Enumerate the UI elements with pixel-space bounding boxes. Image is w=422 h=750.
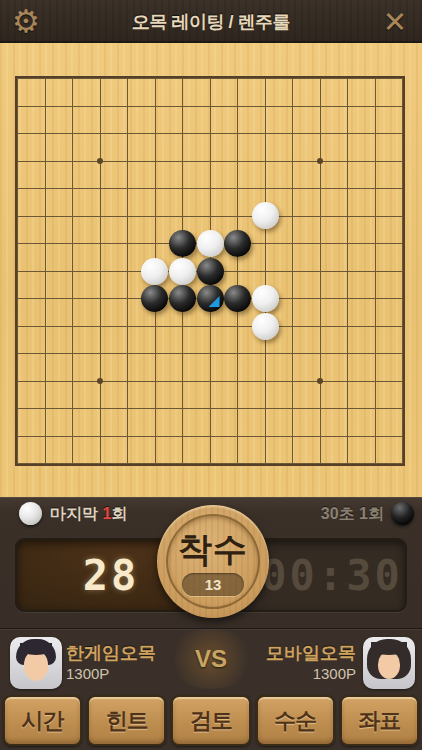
white-stone-icon — [19, 502, 42, 525]
black-stone — [224, 285, 251, 312]
move-order-button[interactable]: 수순 — [256, 695, 335, 746]
header-bar: ⚙ 오목 레이팅 / 렌주룰 ✕ — [0, 0, 422, 43]
move-counter-badge: 13 — [182, 573, 244, 596]
left-player-avatar[interactable] — [10, 637, 62, 689]
star-point — [97, 378, 103, 384]
vs-label: VS — [195, 645, 227, 673]
star-point — [317, 158, 323, 164]
white-stone — [197, 230, 224, 257]
close-icon[interactable]: ✕ — [376, 2, 414, 40]
place-stone-button-label: 착수 — [157, 527, 269, 573]
omok-game-screen: ⚙ 오목 레이팅 / 렌주룰 ✕ 마지막 1회 30초 1회 28 00:30 … — [0, 0, 422, 750]
board-frame — [15, 76, 405, 466]
avatar-face — [24, 651, 48, 681]
avatar-face — [378, 652, 400, 679]
black-stone — [224, 230, 251, 257]
review-button[interactable]: 검토 — [171, 695, 250, 746]
coordinates-button[interactable]: 좌표 — [340, 695, 419, 746]
board-wood-background — [0, 43, 422, 497]
stones-layer — [17, 78, 403, 464]
time-button[interactable]: 시간 — [3, 695, 82, 746]
white-stone — [252, 285, 279, 312]
page-title: 오목 레이팅 / 렌주룰 — [0, 10, 422, 34]
black-stone-last-move — [197, 285, 224, 312]
white-stone — [141, 258, 168, 285]
star-point — [317, 378, 323, 384]
place-stone-button[interactable]: 착수 13 — [157, 505, 269, 618]
white-stone — [252, 313, 279, 340]
left-time-extension-label: 마지막 1회 — [50, 504, 127, 525]
star-point — [97, 158, 103, 164]
last-move-marker-icon — [209, 296, 220, 307]
black-stone-icon — [391, 502, 414, 525]
right-time-extension-label: 30초 1회 — [321, 504, 384, 525]
black-stone — [141, 285, 168, 312]
white-stone — [252, 202, 279, 229]
white-stone — [169, 258, 196, 285]
avatar-bangs — [371, 642, 407, 655]
hint-button[interactable]: 힌트 — [87, 695, 166, 746]
black-stone — [197, 258, 224, 285]
right-player-points: 1300P — [313, 665, 356, 682]
inactive-timer-value: 00:30 — [261, 551, 402, 600]
avatar-bangs — [20, 643, 52, 655]
bottom-toolbar: 시간 힌트 검토 수순 좌표 — [0, 693, 422, 750]
right-player-name: 모바일오목 — [266, 641, 356, 665]
left-player-points: 1300P — [66, 665, 109, 682]
black-stone — [169, 230, 196, 257]
left-player-name: 한게임오목 — [66, 641, 156, 665]
right-player-avatar[interactable] — [363, 637, 415, 689]
black-stone — [169, 285, 196, 312]
active-timer-value: 28 — [83, 551, 140, 600]
players-bar: 한게임오목 1300P VS 모바일오목 1300P — [0, 628, 422, 694]
